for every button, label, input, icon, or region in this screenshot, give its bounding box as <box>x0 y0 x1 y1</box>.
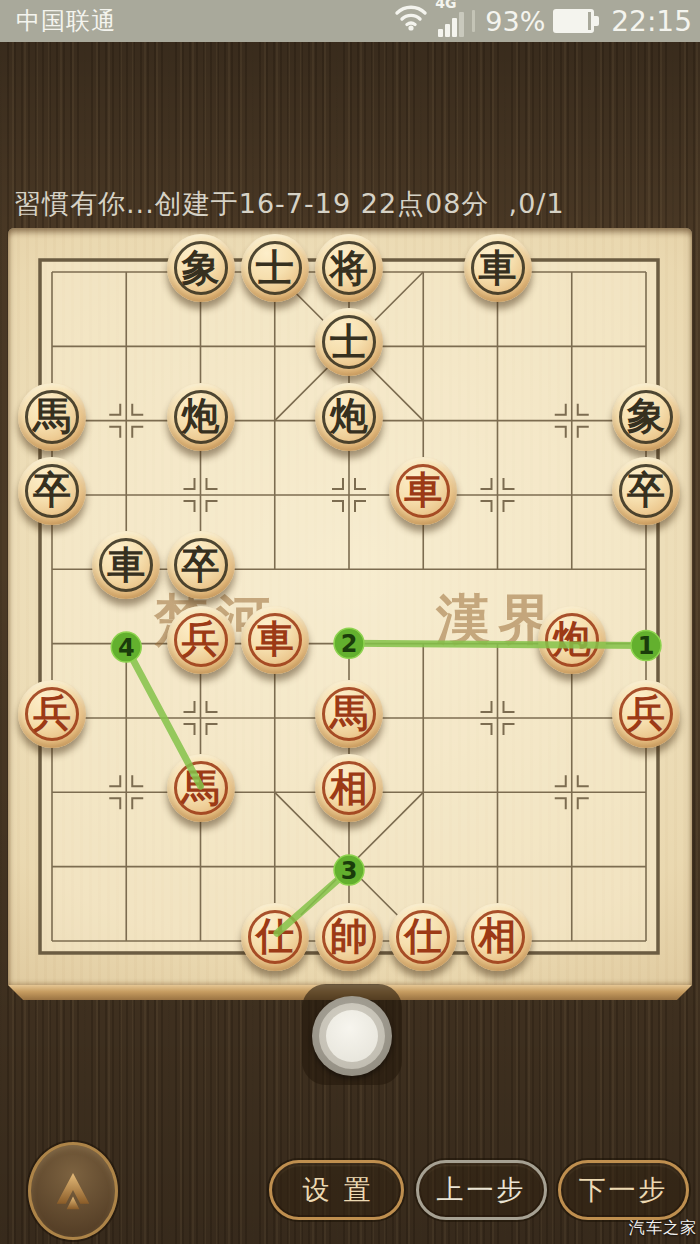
up-chevron-icon <box>44 1162 102 1220</box>
signal-bars-icon <box>436 11 464 37</box>
signal-divider <box>472 10 475 32</box>
battery-icon <box>553 8 601 34</box>
move-number-3: 3 <box>341 857 358 885</box>
next-step-button[interactable]: 下一步 <box>558 1160 689 1220</box>
settings-button[interactable]: 设置 <box>269 1160 404 1220</box>
indicator-button[interactable] <box>312 996 392 1076</box>
status-time: 22:15 <box>611 5 692 38</box>
battery-percent: 93% <box>485 6 545 37</box>
move-number-1: 1 <box>638 632 655 660</box>
move-annotation-overlay: 1234 <box>8 228 692 985</box>
puzzle-title: 習慣有你...创建于16-7-19 22点08分 ,0/1 <box>14 186 694 222</box>
wifi-icon <box>394 3 428 35</box>
move-number-2: 2 <box>341 630 358 658</box>
app-screen: 中国联通 4G 93% <box>0 0 700 1244</box>
watermark: 汽车之家 <box>629 1218 697 1239</box>
signal-cluster: 4G <box>435 5 464 37</box>
xiangqi-board[interactable]: 楚河 漢界 象士将車士馬炮炮象卒卒車車卒兵車炮兵馬兵馬相仕帥仕相 1234 <box>8 228 692 985</box>
indicator-panel <box>302 984 402 1085</box>
move-number-4: 4 <box>118 634 135 662</box>
expand-up-button[interactable] <box>28 1142 118 1240</box>
carrier-label: 中国联通 <box>16 5 116 37</box>
previous-step-button[interactable]: 上一步 <box>416 1160 547 1220</box>
status-bar: 中国联通 4G 93% <box>0 0 700 42</box>
status-icons: 4G 93% 22:15 <box>394 0 692 42</box>
network-type-label: 4G <box>435 0 456 10</box>
